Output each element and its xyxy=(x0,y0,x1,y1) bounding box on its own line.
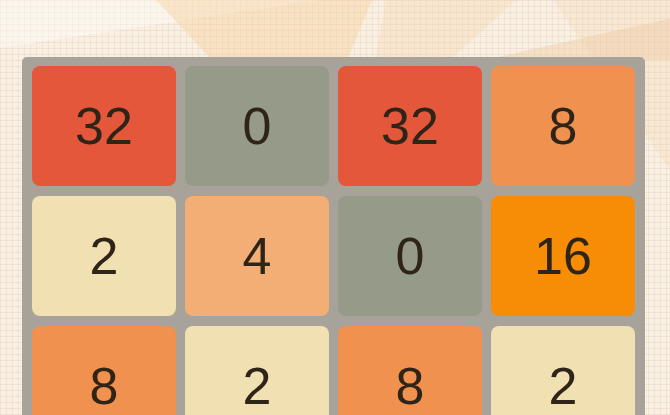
game-screen: 320328240168282 xyxy=(0,0,670,415)
tile-r3c2: 2 xyxy=(185,326,329,415)
tile-r2c1: 2 xyxy=(32,196,176,316)
tile-r1c2: 0 xyxy=(185,66,329,186)
tile-r1c4: 8 xyxy=(491,66,635,186)
board[interactable]: 320328240168282 xyxy=(22,57,645,415)
tile-r2c2: 4 xyxy=(185,196,329,316)
tile-r3c4: 2 xyxy=(491,326,635,415)
tile-r1c3: 32 xyxy=(338,66,482,186)
tile-r3c3: 8 xyxy=(338,326,482,415)
tile-r3c1: 8 xyxy=(32,326,176,415)
tile-r2c3: 0 xyxy=(338,196,482,316)
tile-r1c1: 32 xyxy=(32,66,176,186)
tile-r2c4: 16 xyxy=(491,196,635,316)
